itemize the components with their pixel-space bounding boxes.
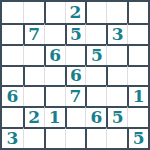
- cell-r2c5[interactable]: [85, 23, 106, 44]
- cell-r4c7[interactable]: [127, 65, 148, 86]
- given-digit-r6c2[interactable]: 2: [23, 106, 44, 127]
- cell-r7c3[interactable]: [44, 127, 65, 148]
- cell-r6c4[interactable]: [65, 106, 86, 127]
- cell-r4c2[interactable]: [23, 65, 44, 86]
- cell-r1c1[interactable]: [2, 2, 23, 23]
- given-digit-r5c7[interactable]: 1: [127, 85, 148, 106]
- cell-r7c2[interactable]: [23, 127, 44, 148]
- given-digit-r6c6[interactable]: 5: [106, 106, 127, 127]
- cell-r4c5[interactable]: [85, 65, 106, 86]
- cell-r4c1[interactable]: [2, 65, 23, 86]
- cell-r7c5[interactable]: [85, 127, 106, 148]
- given-digit-r3c5[interactable]: 5: [85, 44, 106, 65]
- cell-r6c1[interactable]: [2, 106, 23, 127]
- given-digit-r2c6[interactable]: 3: [106, 23, 127, 44]
- cell-r4c6[interactable]: [106, 65, 127, 86]
- given-digit-r5c4[interactable]: 7: [65, 85, 86, 106]
- cell-r5c3[interactable]: [44, 85, 65, 106]
- cell-r1c5[interactable]: [85, 2, 106, 23]
- cell-r1c3[interactable]: [44, 2, 65, 23]
- given-digit-r6c3[interactable]: 1: [44, 106, 65, 127]
- cell-r5c5[interactable]: [85, 85, 106, 106]
- cell-r7c6[interactable]: [106, 127, 127, 148]
- cell-r3c1[interactable]: [2, 44, 23, 65]
- cell-r7c4[interactable]: [65, 127, 86, 148]
- given-digit-r6c5[interactable]: 6: [85, 106, 106, 127]
- given-digit-r1c4[interactable]: 2: [65, 2, 86, 23]
- given-digit-r7c7[interactable]: 5: [127, 127, 148, 148]
- cell-r2c7[interactable]: [127, 23, 148, 44]
- cell-r4c3[interactable]: [44, 65, 65, 86]
- cell-r3c2[interactable]: [23, 44, 44, 65]
- cell-r1c2[interactable]: [23, 2, 44, 23]
- cell-r5c2[interactable]: [23, 85, 44, 106]
- cell-r3c7[interactable]: [127, 44, 148, 65]
- cell-r1c6[interactable]: [106, 2, 127, 23]
- given-digit-r2c2[interactable]: 7: [23, 23, 44, 44]
- given-digit-r3c3[interactable]: 6: [44, 44, 65, 65]
- cell-r1c7[interactable]: [127, 2, 148, 23]
- cell-r2c1[interactable]: [2, 23, 23, 44]
- brick-sudoku-board: 2753656671216535: [0, 0, 150, 150]
- cell-r6c7[interactable]: [127, 106, 148, 127]
- cell-r3c4[interactable]: [65, 44, 86, 65]
- given-digit-r7c1[interactable]: 3: [2, 127, 23, 148]
- given-digit-r5c1[interactable]: 6: [2, 85, 23, 106]
- given-digit-r4c4[interactable]: 6: [65, 65, 86, 86]
- cell-r5c6[interactable]: [106, 85, 127, 106]
- cell-r2c3[interactable]: [44, 23, 65, 44]
- given-digit-r2c4[interactable]: 5: [65, 23, 86, 44]
- cell-r3c6[interactable]: [106, 44, 127, 65]
